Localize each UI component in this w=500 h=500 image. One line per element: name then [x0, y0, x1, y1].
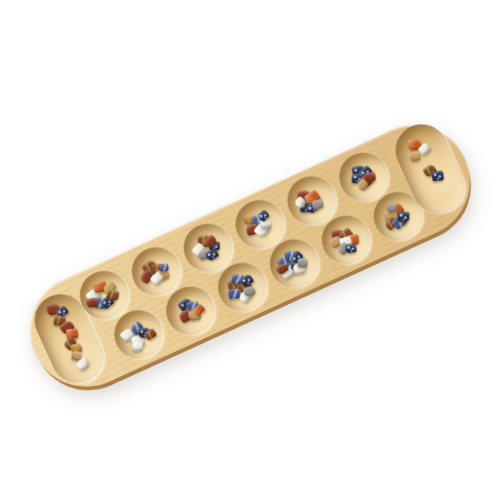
- mancala-board: [12, 107, 488, 405]
- stone-quartz: [131, 342, 143, 352]
- stone-lapis: [398, 211, 410, 221]
- board-grid: [12, 107, 488, 405]
- stone-lapis: [431, 170, 444, 181]
- stone-tiger-brown: [106, 289, 120, 301]
- stone-grey: [298, 258, 308, 267]
- stone-amber-tan: [410, 151, 420, 160]
- product-photo-scene: [0, 0, 500, 500]
- stone-grey: [311, 198, 324, 210]
- mancala-board-wrap: [12, 107, 488, 405]
